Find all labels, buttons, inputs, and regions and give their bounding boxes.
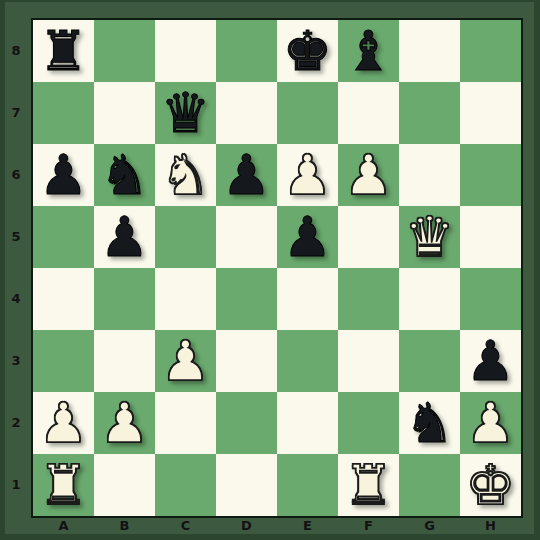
square-d1[interactable] xyxy=(216,454,277,516)
piece-black-rook-a8[interactable]: ♜ xyxy=(33,20,94,82)
square-c1[interactable] xyxy=(155,454,216,516)
square-d7[interactable] xyxy=(216,82,277,144)
piece-black-pawn-d6[interactable]: ♟ xyxy=(216,144,277,206)
file-label-a: A xyxy=(33,517,94,535)
rank-label-5: 5 xyxy=(3,206,29,268)
square-d8[interactable] xyxy=(216,20,277,82)
piece-white-knight-c6[interactable]: ♞ xyxy=(155,144,216,206)
square-c8[interactable] xyxy=(155,20,216,82)
piece-black-queen-c7[interactable]: ♛ xyxy=(155,82,216,144)
piece-black-pawn-h3[interactable]: ♟ xyxy=(460,330,521,392)
square-g7[interactable] xyxy=(399,82,460,144)
rank-label-3: 3 xyxy=(3,330,29,392)
piece-black-king-e8[interactable]: ♚ xyxy=(277,20,338,82)
square-h7[interactable] xyxy=(460,82,521,144)
square-c7[interactable]: ♛ xyxy=(155,82,216,144)
piece-black-pawn-e5[interactable]: ♟ xyxy=(277,206,338,268)
square-h3[interactable]: ♟ xyxy=(460,330,521,392)
piece-white-pawn-c3[interactable]: ♟ xyxy=(155,330,216,392)
square-c6[interactable]: ♞ xyxy=(155,144,216,206)
file-label-c: C xyxy=(155,517,216,535)
square-g1[interactable] xyxy=(399,454,460,516)
square-g4[interactable] xyxy=(399,268,460,330)
piece-black-pawn-a6[interactable]: ♟ xyxy=(33,144,94,206)
piece-white-pawn-h2[interactable]: ♟ xyxy=(460,392,521,454)
chess-board-frame: 87654321 ♜♚♝♛♟♞♞♟♟♟♟♟♛♟♟♟♟♞♟♜♜♚ ABCDEFGH xyxy=(0,0,540,540)
square-e2[interactable] xyxy=(277,392,338,454)
chess-board[interactable]: ♜♚♝♛♟♞♞♟♟♟♟♟♛♟♟♟♟♞♟♜♜♚ xyxy=(31,18,523,518)
piece-white-queen-g5[interactable]: ♛ xyxy=(399,206,460,268)
piece-black-pawn-b5[interactable]: ♟ xyxy=(94,206,155,268)
square-f7[interactable] xyxy=(338,82,399,144)
square-g2[interactable]: ♞ xyxy=(399,392,460,454)
file-label-f: F xyxy=(338,517,399,535)
square-g5[interactable]: ♛ xyxy=(399,206,460,268)
square-h4[interactable] xyxy=(460,268,521,330)
piece-white-king-h1[interactable]: ♚ xyxy=(460,454,521,516)
square-g3[interactable] xyxy=(399,330,460,392)
piece-black-knight-g2[interactable]: ♞ xyxy=(399,392,460,454)
piece-white-pawn-a2[interactable]: ♟ xyxy=(33,392,94,454)
rank-label-1: 1 xyxy=(3,454,29,516)
square-h2[interactable]: ♟ xyxy=(460,392,521,454)
file-label-e: E xyxy=(277,517,338,535)
square-e4[interactable] xyxy=(277,268,338,330)
square-f3[interactable] xyxy=(338,330,399,392)
square-f2[interactable] xyxy=(338,392,399,454)
square-a5[interactable] xyxy=(33,206,94,268)
rank-label-4: 4 xyxy=(3,268,29,330)
square-a4[interactable] xyxy=(33,268,94,330)
square-d3[interactable] xyxy=(216,330,277,392)
square-e5[interactable]: ♟ xyxy=(277,206,338,268)
square-h8[interactable] xyxy=(460,20,521,82)
square-f1[interactable]: ♜ xyxy=(338,454,399,516)
piece-white-rook-f1[interactable]: ♜ xyxy=(338,454,399,516)
square-g8[interactable] xyxy=(399,20,460,82)
piece-white-rook-a1[interactable]: ♜ xyxy=(33,454,94,516)
square-h1[interactable]: ♚ xyxy=(460,454,521,516)
square-c5[interactable] xyxy=(155,206,216,268)
square-g6[interactable] xyxy=(399,144,460,206)
file-label-b: B xyxy=(94,517,155,535)
square-a1[interactable]: ♜ xyxy=(33,454,94,516)
square-f8[interactable]: ♝ xyxy=(338,20,399,82)
square-b3[interactable] xyxy=(94,330,155,392)
square-d2[interactable] xyxy=(216,392,277,454)
square-c4[interactable] xyxy=(155,268,216,330)
square-d4[interactable] xyxy=(216,268,277,330)
file-labels: ABCDEFGH xyxy=(33,517,521,535)
square-e1[interactable] xyxy=(277,454,338,516)
rank-labels: 87654321 xyxy=(3,20,29,516)
square-b2[interactable]: ♟ xyxy=(94,392,155,454)
piece-white-pawn-f6[interactable]: ♟ xyxy=(338,144,399,206)
file-label-h: H xyxy=(460,517,521,535)
square-b7[interactable] xyxy=(94,82,155,144)
square-f5[interactable] xyxy=(338,206,399,268)
rank-label-7: 7 xyxy=(3,82,29,144)
piece-white-pawn-e6[interactable]: ♟ xyxy=(277,144,338,206)
file-label-g: G xyxy=(399,517,460,535)
file-label-d: D xyxy=(216,517,277,535)
square-a8[interactable]: ♜ xyxy=(33,20,94,82)
square-b5[interactable]: ♟ xyxy=(94,206,155,268)
square-b8[interactable] xyxy=(94,20,155,82)
square-d5[interactable] xyxy=(216,206,277,268)
square-e7[interactable] xyxy=(277,82,338,144)
rank-label-6: 6 xyxy=(3,144,29,206)
square-e3[interactable] xyxy=(277,330,338,392)
square-c3[interactable]: ♟ xyxy=(155,330,216,392)
square-f6[interactable]: ♟ xyxy=(338,144,399,206)
square-h6[interactable] xyxy=(460,144,521,206)
rank-label-2: 2 xyxy=(3,392,29,454)
square-a7[interactable] xyxy=(33,82,94,144)
square-b6[interactable]: ♞ xyxy=(94,144,155,206)
piece-black-bishop-f8[interactable]: ♝ xyxy=(338,20,399,82)
square-a6[interactable]: ♟ xyxy=(33,144,94,206)
square-b1[interactable] xyxy=(94,454,155,516)
square-c2[interactable] xyxy=(155,392,216,454)
square-e8[interactable]: ♚ xyxy=(277,20,338,82)
piece-white-pawn-b2[interactable]: ♟ xyxy=(94,392,155,454)
square-e6[interactable]: ♟ xyxy=(277,144,338,206)
square-h5[interactable] xyxy=(460,206,521,268)
piece-black-knight-b6[interactable]: ♞ xyxy=(94,144,155,206)
rank-label-8: 8 xyxy=(3,20,29,82)
square-b4[interactable] xyxy=(94,268,155,330)
square-a3[interactable] xyxy=(33,330,94,392)
square-d6[interactable]: ♟ xyxy=(216,144,277,206)
square-a2[interactable]: ♟ xyxy=(33,392,94,454)
square-f4[interactable] xyxy=(338,268,399,330)
